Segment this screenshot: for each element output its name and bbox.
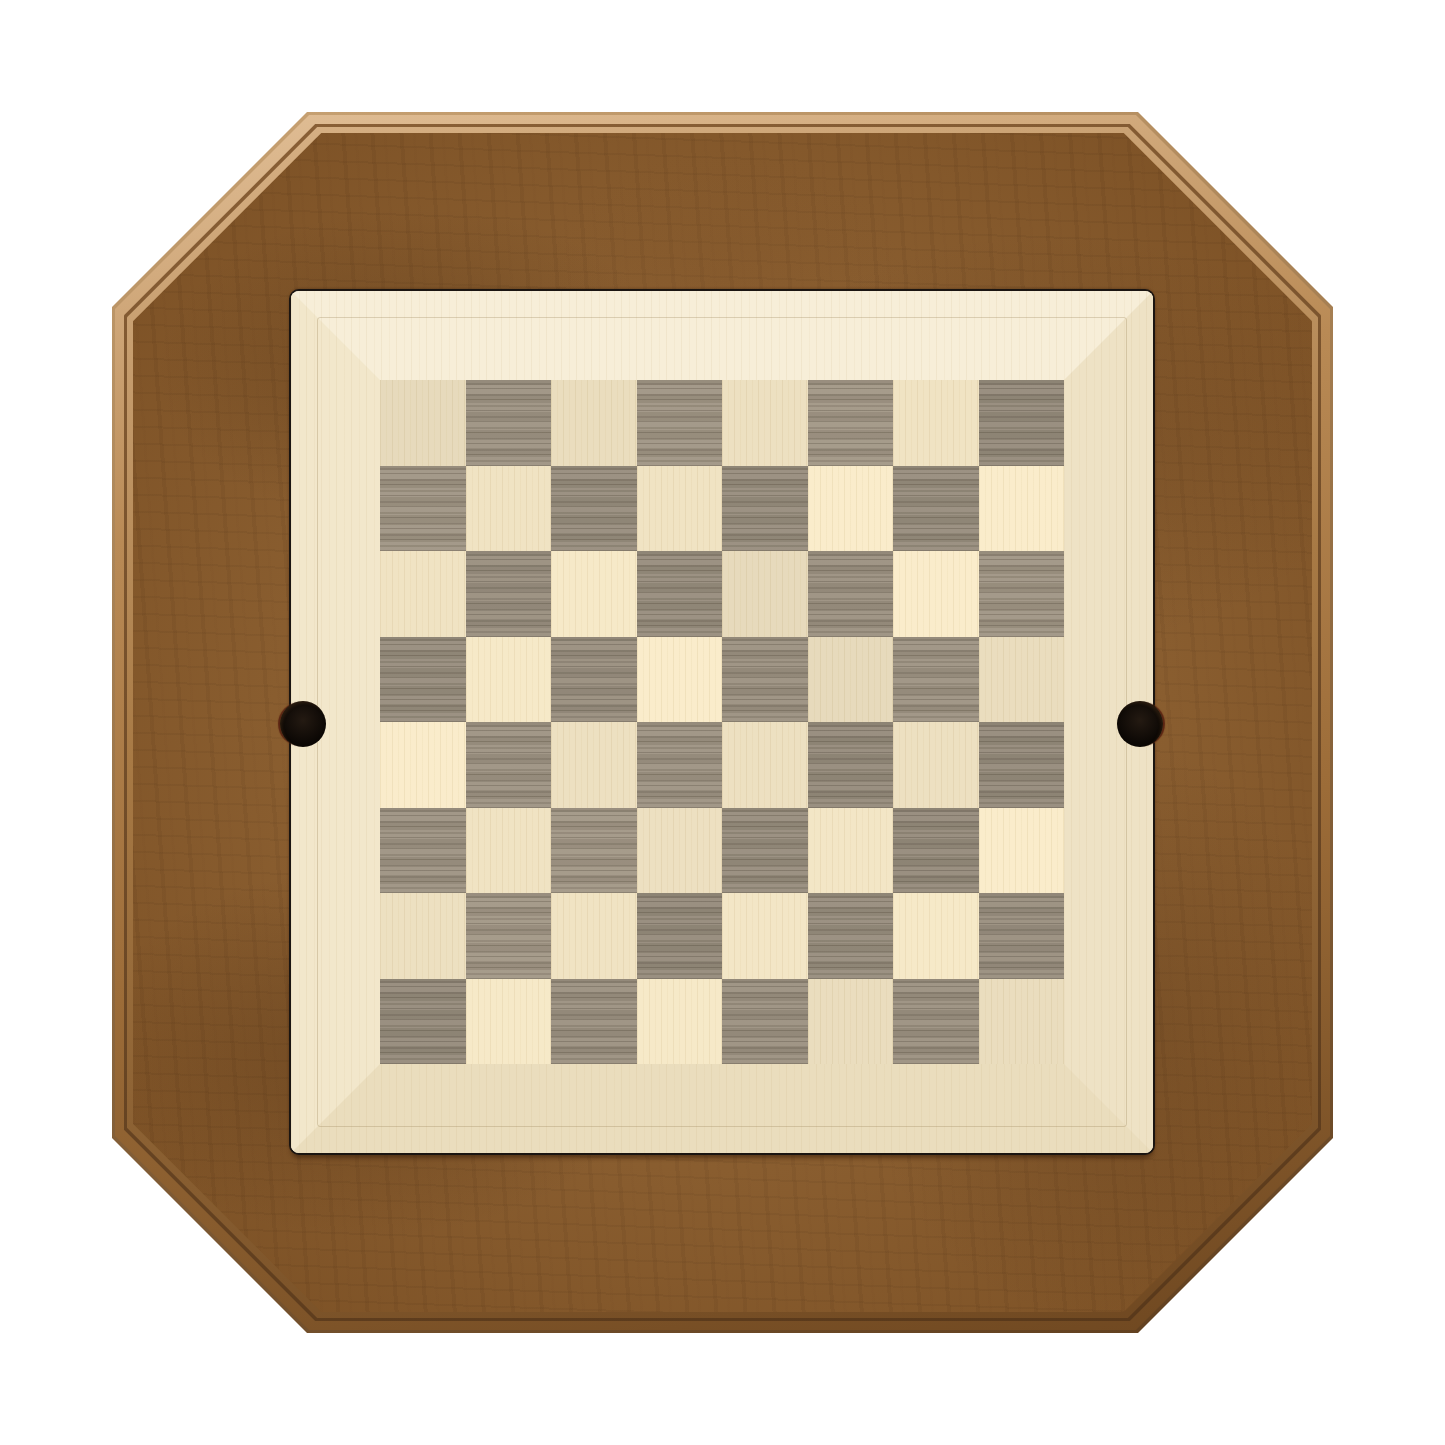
board-square[interactable] <box>979 380 1065 466</box>
board-square[interactable] <box>551 380 637 466</box>
chess-board-grid <box>380 380 1064 1064</box>
board-square[interactable] <box>466 722 552 808</box>
finger-hole-right[interactable] <box>1117 701 1163 747</box>
board-square[interactable] <box>808 722 894 808</box>
board-square[interactable] <box>380 551 466 637</box>
board-square[interactable] <box>466 380 552 466</box>
board-square[interactable] <box>979 808 1065 894</box>
board-square[interactable] <box>979 722 1065 808</box>
board-square[interactable] <box>808 380 894 466</box>
board-square[interactable] <box>979 979 1065 1065</box>
board-square[interactable] <box>808 808 894 894</box>
board-square[interactable] <box>466 979 552 1065</box>
board-square[interactable] <box>380 893 466 979</box>
board-square[interactable] <box>893 808 979 894</box>
board-square[interactable] <box>808 893 894 979</box>
board-square[interactable] <box>551 722 637 808</box>
board-square[interactable] <box>380 808 466 894</box>
board-square[interactable] <box>893 637 979 723</box>
board-square[interactable] <box>637 551 723 637</box>
board-square[interactable] <box>637 893 723 979</box>
game-table-photo <box>0 0 1445 1445</box>
board-square[interactable] <box>722 637 808 723</box>
board-inset <box>289 289 1155 1155</box>
board-square[interactable] <box>808 466 894 552</box>
board-square[interactable] <box>722 893 808 979</box>
board-square[interactable] <box>722 466 808 552</box>
board-square[interactable] <box>893 551 979 637</box>
board-square[interactable] <box>722 380 808 466</box>
board-square[interactable] <box>380 979 466 1065</box>
board-square[interactable] <box>722 551 808 637</box>
board-square[interactable] <box>893 380 979 466</box>
board-square[interactable] <box>808 637 894 723</box>
board-square[interactable] <box>979 637 1065 723</box>
board-square[interactable] <box>466 466 552 552</box>
board-square[interactable] <box>551 893 637 979</box>
board-square[interactable] <box>551 551 637 637</box>
board-square[interactable] <box>466 893 552 979</box>
board-square[interactable] <box>979 466 1065 552</box>
board-square[interactable] <box>466 551 552 637</box>
board-square[interactable] <box>893 466 979 552</box>
board-square[interactable] <box>722 979 808 1065</box>
board-square[interactable] <box>551 466 637 552</box>
board-square[interactable] <box>893 979 979 1065</box>
board-square[interactable] <box>551 808 637 894</box>
board-square[interactable] <box>722 808 808 894</box>
board-square[interactable] <box>466 808 552 894</box>
board-square[interactable] <box>637 808 723 894</box>
board-square[interactable] <box>808 979 894 1065</box>
board-square[interactable] <box>380 722 466 808</box>
board-square[interactable] <box>637 979 723 1065</box>
board-square[interactable] <box>722 722 808 808</box>
board-square[interactable] <box>380 637 466 723</box>
board-square[interactable] <box>979 551 1065 637</box>
board-square[interactable] <box>380 380 466 466</box>
board-square[interactable] <box>637 380 723 466</box>
board-square[interactable] <box>979 893 1065 979</box>
board-square[interactable] <box>380 466 466 552</box>
board-square[interactable] <box>637 466 723 552</box>
board-square[interactable] <box>808 551 894 637</box>
board-square[interactable] <box>637 637 723 723</box>
finger-hole-left[interactable] <box>280 701 326 747</box>
board-square[interactable] <box>551 979 637 1065</box>
board-square[interactable] <box>637 722 723 808</box>
board-square[interactable] <box>893 893 979 979</box>
board-square[interactable] <box>551 637 637 723</box>
board-square[interactable] <box>466 637 552 723</box>
board-square[interactable] <box>893 722 979 808</box>
